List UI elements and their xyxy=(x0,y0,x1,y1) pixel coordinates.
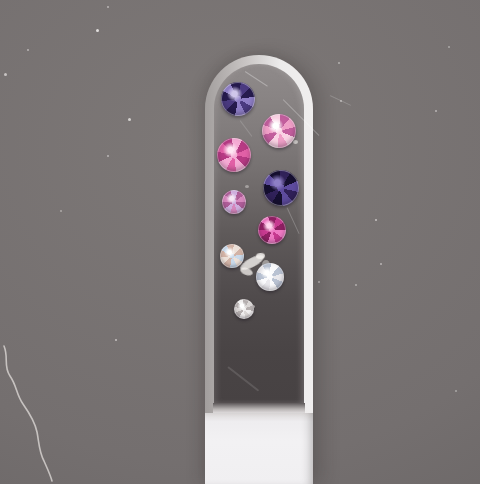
dust-speck xyxy=(115,339,117,341)
glue-smear xyxy=(293,140,298,144)
dust-speck xyxy=(375,219,377,221)
crystal-clear xyxy=(256,263,284,291)
dust-speck xyxy=(355,284,357,286)
dust-speck xyxy=(60,210,62,212)
frosted-abrasive-section xyxy=(205,413,313,484)
crystal-light-rose xyxy=(262,114,296,148)
crystal-rose xyxy=(217,138,251,172)
crystal-small-clear xyxy=(234,299,254,319)
dust-speck xyxy=(107,155,109,157)
glue-smear xyxy=(245,185,249,188)
crystal-fuchsia xyxy=(258,216,286,244)
dust-speck xyxy=(448,46,450,48)
dust-speck xyxy=(107,6,109,8)
frost-transition-band xyxy=(213,403,305,413)
dust-speck xyxy=(338,62,340,64)
dust-speck xyxy=(435,110,437,112)
dust-speck xyxy=(455,390,457,392)
dust-speck xyxy=(27,49,29,51)
dust-speck xyxy=(318,281,320,283)
crystal-pink-lavender xyxy=(222,190,246,214)
dust-speck xyxy=(96,29,99,32)
crystal-ab-iridescent xyxy=(220,244,244,268)
dust-speck xyxy=(4,73,7,76)
crystal-purple-velvet xyxy=(263,170,299,206)
dust-speck xyxy=(380,263,382,265)
dust-speck xyxy=(128,118,131,121)
photo-stage xyxy=(0,0,480,484)
crystal-tanzanite xyxy=(221,82,255,116)
